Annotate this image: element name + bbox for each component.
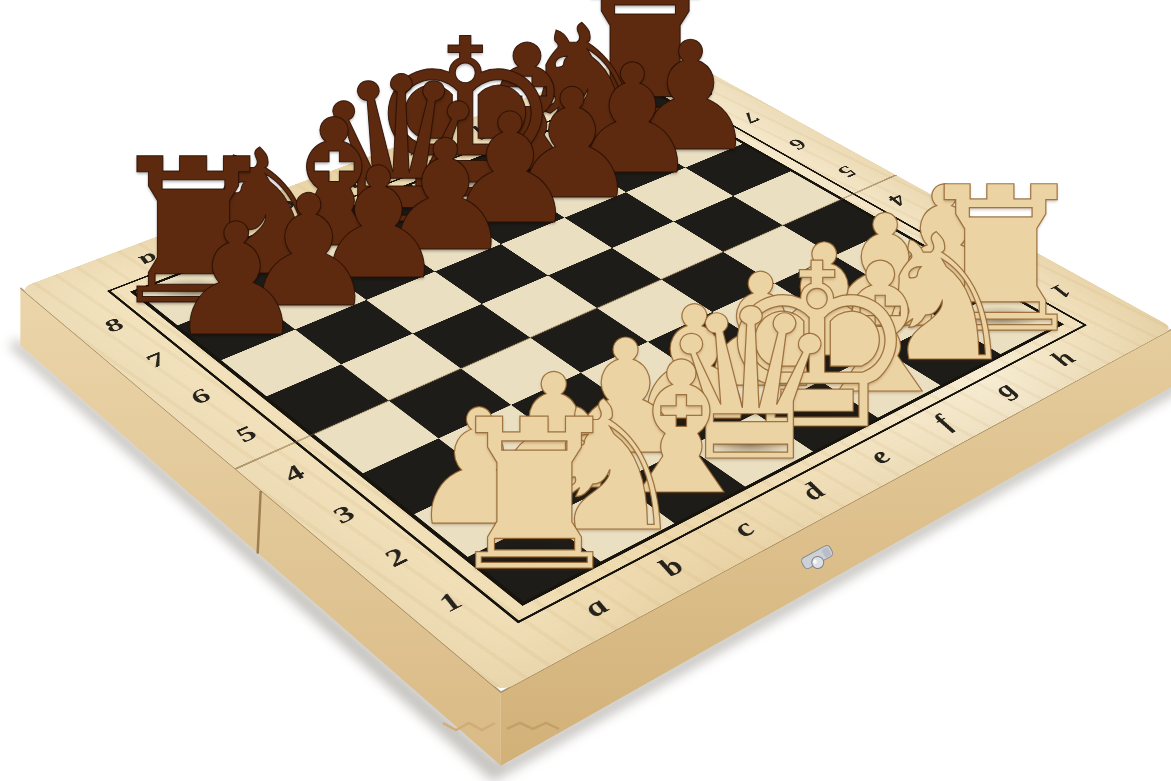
pieces-layer: ♜♞♝♛♚♝♞♜♟♟♟♟♟♟♟♟♟♟♟♟♟♟♟♟♜♞♝♛♚♝♞♜: [0, 0, 1171, 781]
chess-set-photo-scene: abcdefgh abcdefgh 87654321 87654321 ♜♞♝♛…: [0, 0, 1171, 781]
piece-black-pawn-a7[interactable]: ♟: [167, 203, 306, 358]
piece-white-rook-a1[interactable]: ♜: [441, 393, 628, 601]
